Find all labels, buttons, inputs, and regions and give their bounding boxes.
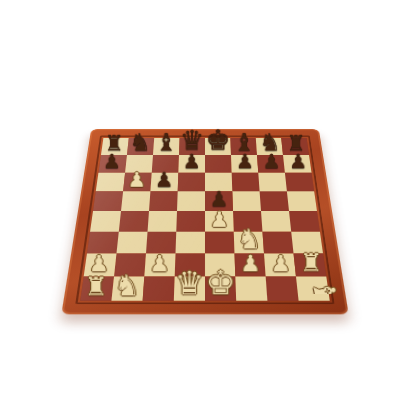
square-h7[interactable]: ♟ xyxy=(283,155,312,173)
square-d4[interactable] xyxy=(176,211,205,232)
square-b2[interactable] xyxy=(114,253,146,276)
black-queen-d8: ♛ xyxy=(180,127,204,154)
black-pawn-a7: ♟ xyxy=(103,152,121,172)
black-pawn-d7: ♟ xyxy=(183,152,201,172)
square-e8[interactable]: ♚ xyxy=(205,138,231,155)
square-f6[interactable] xyxy=(232,173,260,192)
square-a1[interactable]: ♜ xyxy=(80,276,114,300)
black-king-e8: ♚ xyxy=(206,126,231,154)
square-c5[interactable] xyxy=(149,191,178,211)
square-d5[interactable] xyxy=(177,191,205,211)
square-b7[interactable] xyxy=(125,155,153,173)
white-pawn-g2: ♟ xyxy=(271,253,291,276)
black-knight-g8: ♞ xyxy=(259,130,281,154)
square-e3[interactable] xyxy=(205,232,235,254)
square-e1[interactable]: ♚ xyxy=(205,276,236,300)
black-rook-h8: ♜ xyxy=(286,133,305,154)
chess-set-photo: ♜♞♝♛♚♝♞♜♟♟♟♟♟♟♟♟♟♞♟♟♟♟♜♜♞♛♚♝ xyxy=(0,0,400,400)
square-c2[interactable]: ♟ xyxy=(144,253,175,276)
square-h1[interactable]: ♝ xyxy=(296,276,330,300)
chess-board: ♜♞♝♛♚♝♞♜♟♟♟♟♟♟♟♟♟♞♟♟♟♟♜♜♞♛♚♝ xyxy=(80,138,330,301)
white-pawn-a2: ♟ xyxy=(89,253,109,276)
black-pawn-g7: ♟ xyxy=(263,152,281,172)
square-d6[interactable] xyxy=(178,173,205,192)
square-a2[interactable]: ♟ xyxy=(84,253,117,276)
black-pawn-c6: ♟ xyxy=(155,170,173,190)
square-a3[interactable] xyxy=(87,232,119,254)
square-f4[interactable] xyxy=(233,211,262,232)
square-a5[interactable] xyxy=(93,191,123,211)
black-bishop-c8: ♝ xyxy=(155,130,177,154)
square-b8[interactable]: ♞ xyxy=(127,138,154,155)
square-d1[interactable]: ♛ xyxy=(174,276,205,300)
square-c1[interactable] xyxy=(143,276,175,300)
square-e4[interactable]: ♟ xyxy=(205,211,234,232)
square-f5[interactable] xyxy=(232,191,261,211)
square-d2[interactable] xyxy=(175,253,205,276)
square-f7[interactable]: ♟ xyxy=(231,155,258,173)
square-g7[interactable]: ♟ xyxy=(257,155,285,173)
black-rook-a8: ♜ xyxy=(104,133,123,154)
square-c7[interactable] xyxy=(152,155,179,173)
square-e5[interactable]: ♟ xyxy=(205,191,233,211)
square-a4[interactable] xyxy=(90,211,121,232)
white-rook-h2: ♜ xyxy=(300,251,322,276)
board-scene: ♜♞♝♛♚♝♞♜♟♟♟♟♟♟♟♟♟♞♟♟♟♟♜♜♞♛♚♝ xyxy=(78,84,332,338)
square-b4[interactable] xyxy=(119,211,149,232)
black-pawn-h7: ♟ xyxy=(289,152,307,172)
square-f8[interactable]: ♝ xyxy=(230,138,257,155)
black-knight-b8: ♞ xyxy=(129,130,151,154)
white-pawn-b6: ♟ xyxy=(128,170,146,190)
square-e6[interactable] xyxy=(205,173,232,192)
square-a7[interactable]: ♟ xyxy=(98,155,127,173)
white-pawn-f2: ♟ xyxy=(240,253,260,276)
square-f2[interactable]: ♟ xyxy=(235,253,266,276)
square-h4[interactable] xyxy=(289,211,320,232)
square-e7[interactable] xyxy=(205,155,232,173)
square-a6[interactable] xyxy=(96,173,125,192)
square-h5[interactable] xyxy=(287,191,317,211)
black-pawn-f7: ♟ xyxy=(236,152,254,172)
square-b5[interactable] xyxy=(121,191,150,211)
square-e2[interactable] xyxy=(205,253,235,276)
white-pawn-e4: ♟ xyxy=(210,209,229,231)
white-king-e1: ♚ xyxy=(206,266,236,299)
square-d3[interactable] xyxy=(175,232,205,254)
square-b6[interactable]: ♟ xyxy=(123,173,152,192)
square-d8[interactable]: ♛ xyxy=(179,138,205,155)
black-pawn-e5: ♟ xyxy=(210,189,229,210)
white-pawn-c2: ♟ xyxy=(149,253,169,276)
square-b1[interactable]: ♞ xyxy=(111,276,144,300)
square-g5[interactable] xyxy=(260,191,289,211)
square-g6[interactable] xyxy=(258,173,287,192)
square-g3[interactable] xyxy=(262,232,293,254)
square-c6[interactable]: ♟ xyxy=(150,173,178,192)
square-h2[interactable]: ♜ xyxy=(294,253,327,276)
square-f3[interactable]: ♞ xyxy=(234,232,264,254)
square-g2[interactable]: ♟ xyxy=(264,253,296,276)
white-rook-a1: ♜ xyxy=(84,274,107,300)
board-frame: ♜♞♝♛♚♝♞♜♟♟♟♟♟♟♟♟♟♞♟♟♟♟♜♜♞♛♚♝ xyxy=(61,129,348,314)
square-c8[interactable]: ♝ xyxy=(153,138,180,155)
square-h8[interactable]: ♜ xyxy=(281,138,309,155)
square-h6[interactable] xyxy=(285,173,314,192)
white-knight-b1: ♞ xyxy=(114,271,140,300)
square-g8[interactable]: ♞ xyxy=(256,138,283,155)
square-c4[interactable] xyxy=(148,211,177,232)
square-h3[interactable] xyxy=(291,232,323,254)
square-f1[interactable] xyxy=(235,276,267,300)
square-g1[interactable] xyxy=(266,276,299,300)
black-bishop-f8: ♝ xyxy=(233,130,255,154)
white-bishop-h1: ♝ xyxy=(308,276,341,307)
square-a8[interactable]: ♜ xyxy=(101,138,129,155)
square-b3[interactable] xyxy=(116,232,147,254)
board-perspective-tilt: ♜♞♝♛♚♝♞♜♟♟♟♟♟♟♟♟♟♞♟♟♟♟♜♜♞♛♚♝ xyxy=(61,129,348,314)
square-c3[interactable] xyxy=(146,232,176,254)
square-g4[interactable] xyxy=(261,211,291,232)
square-d7[interactable]: ♟ xyxy=(178,155,205,173)
